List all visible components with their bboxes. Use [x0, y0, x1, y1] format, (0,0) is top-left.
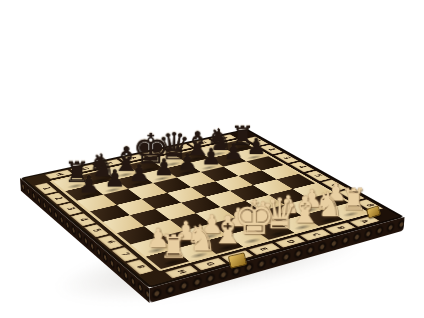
scene: HGFEDCBA HGFEDCBA 12345678 12345678 ♜♞♝♚… [0, 0, 424, 318]
piece-black-pawn[interactable]: ♟ [246, 136, 266, 158]
piece-black-pawn[interactable]: ♟ [104, 167, 125, 191]
piece-white-knight[interactable]: ♞ [185, 221, 217, 257]
piece-black-pawn[interactable]: ♟ [78, 173, 99, 197]
piece-black-pawn[interactable]: ♟ [177, 151, 197, 174]
piece-black-pawn[interactable]: ♟ [129, 162, 150, 185]
piece-white-rook[interactable]: ♜ [159, 231, 188, 264]
board-frame: HGFEDCBA HGFEDCBA 12345678 12345678 ♜♞♝♚… [20, 129, 405, 289]
piece-black-pawn[interactable]: ♟ [201, 146, 221, 169]
chess-board: HGFEDCBA HGFEDCBA 12345678 12345678 ♜♞♝♚… [20, 129, 405, 289]
piece-black-pawn[interactable]: ♟ [153, 156, 174, 179]
photo-background: HGFEDCBA HGFEDCBA 12345678 12345678 ♜♞♝♚… [0, 0, 424, 318]
piece-black-pawn[interactable]: ♟ [223, 141, 243, 163]
